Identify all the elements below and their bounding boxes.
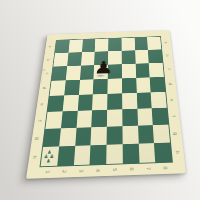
square <box>91 127 107 146</box>
square <box>95 39 109 52</box>
square <box>151 92 167 108</box>
square <box>81 52 95 66</box>
square <box>68 39 82 52</box>
square <box>73 145 90 165</box>
square <box>147 37 161 50</box>
square <box>122 144 139 164</box>
square <box>135 50 149 64</box>
square <box>153 125 170 144</box>
square <box>77 94 93 110</box>
square <box>135 63 150 78</box>
square <box>122 64 136 79</box>
coordinate-label: c <box>164 62 174 77</box>
square <box>154 143 172 163</box>
square <box>107 126 123 145</box>
coordinate-label: 2 <box>55 167 73 176</box>
square <box>75 127 92 146</box>
coordinate-label: e <box>167 91 177 107</box>
square <box>76 110 92 127</box>
coordinate-label: d <box>166 76 176 91</box>
square <box>80 65 95 80</box>
square <box>82 39 96 52</box>
square <box>90 145 107 165</box>
square <box>122 78 137 93</box>
square <box>92 94 107 110</box>
square <box>137 108 153 125</box>
square <box>108 38 121 51</box>
square <box>150 77 165 92</box>
square <box>122 109 138 126</box>
coordinate-label: 4 <box>89 166 106 175</box>
square <box>138 125 155 144</box>
coordinate-label: 5 <box>106 165 123 174</box>
square <box>134 37 148 50</box>
emblem-glyph: ♟ <box>46 158 51 163</box>
square <box>107 109 122 126</box>
maker-logo: ♟♟♟♟ <box>40 146 59 166</box>
coordinate-label: f <box>169 108 180 125</box>
chessboard-mat: 12345678 abcdefgh abcdefgh ©········· ♟♟… <box>26 30 186 178</box>
coordinate-label: b <box>163 49 172 63</box>
square <box>152 108 168 125</box>
square <box>64 80 80 96</box>
coordinate-label: 3 <box>72 166 89 175</box>
square <box>122 126 138 145</box>
square <box>148 49 163 63</box>
coordinate-label: 7 <box>140 164 157 173</box>
coordinate-label: g <box>170 125 181 144</box>
square <box>59 128 76 147</box>
square <box>136 92 152 108</box>
square <box>121 38 134 51</box>
coordinate-label: a <box>162 36 171 49</box>
square <box>136 77 151 92</box>
coordinate-label: 6 <box>123 165 140 174</box>
square <box>61 111 78 129</box>
coordinate-label: h <box>172 143 184 163</box>
square <box>107 93 122 109</box>
square <box>57 146 75 166</box>
coordinate-label: 8 <box>156 163 173 172</box>
board-grid <box>39 36 172 167</box>
square <box>149 63 164 78</box>
square <box>93 79 108 95</box>
black-pawn: ♟ <box>94 58 109 77</box>
square <box>67 52 82 66</box>
photo-background: 12345678 abcdefgh abcdefgh ©········· ♟♟… <box>0 0 200 200</box>
square <box>62 95 78 111</box>
coordinate-label: 1 <box>38 168 56 177</box>
square <box>107 78 121 94</box>
square <box>91 110 107 127</box>
square <box>122 93 137 109</box>
square <box>78 79 93 95</box>
square <box>138 143 155 163</box>
square <box>66 66 81 81</box>
square <box>121 50 135 64</box>
square <box>106 144 122 164</box>
